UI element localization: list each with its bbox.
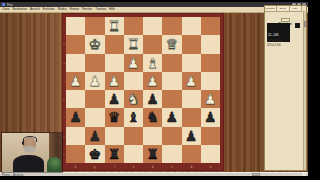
square-c3[interactable] [162,54,181,72]
square-d2[interactable] [143,35,162,53]
webcam-overlay [2,133,62,172]
square-e1[interactable] [124,17,143,35]
square-c5[interactable] [162,90,181,108]
tab-label: Buch [280,7,286,10]
file-labels: hgfedcba [66,163,220,171]
square-f4[interactable]: ♟ [105,72,124,90]
square-e8[interactable] [124,145,143,163]
video-frame: Fritz –□× DateiBearbeitenAnsichtEinfügen… [0,0,320,180]
file-label-e: e [129,165,139,169]
chess-board: 12345678 hgfedcba ♜♚♜♛♟♝♟♟♟♟♟♟♞♟♟♟♛♝♞♟♟♟… [62,13,224,171]
square-a1[interactable] [201,17,220,35]
notation-pane-button[interactable] [281,18,290,22]
resize-grip-icon[interactable] [302,173,306,176]
app-icon [2,3,5,6]
square-a2[interactable] [201,35,220,53]
piece-bP[interactable]: ♟ [185,129,198,143]
square-f5[interactable]: ♟ [105,90,124,108]
piece-bK[interactable]: ♚ [89,147,102,161]
rank-label-3: 3 [63,58,65,67]
square-d6[interactable]: ♞ [143,108,162,126]
piece-bP[interactable]: ♟ [69,110,82,124]
piece-wN[interactable]: ♞ [127,92,140,106]
square-g5[interactable] [85,90,104,108]
piece-wQ[interactable]: ♛ [166,37,179,51]
square-h4[interactable]: ♟ [66,72,85,90]
rank-label-7: 7 [63,131,65,140]
square-a7[interactable] [201,127,220,145]
rank-label-1: 1 [63,22,65,31]
square-d4[interactable]: ♟ [143,72,162,90]
square-b2[interactable] [182,35,201,53]
menu-item-fenster[interactable]: Fenster [82,7,92,10]
square-b1[interactable] [182,17,201,35]
tab-notation[interactable]: Notation [265,6,277,11]
notation-pane-tabs: NotationBuchInfo [265,6,302,12]
piece-wP[interactable]: ♟ [185,74,198,88]
piece-bN[interactable]: ♞ [146,110,159,124]
status-button[interactable] [252,173,260,176]
presenter-beard [24,146,35,153]
piece-bB[interactable]: ♝ [127,110,140,124]
piece-wP[interactable]: ♟ [204,92,217,106]
piece-bP[interactable]: ♟ [146,92,159,106]
rank-label-2: 2 [63,40,65,49]
menu-item-engine[interactable]: Engine [70,7,79,10]
piece-bR[interactable]: ♜ [108,147,121,161]
square-e4[interactable] [124,72,143,90]
square-g3[interactable] [85,54,104,72]
square-a5[interactable]: ♟ [201,90,220,108]
square-c1[interactable] [162,17,181,35]
square-c7[interactable] [162,127,181,145]
rank-label-4: 4 [63,76,65,85]
square-f6[interactable]: ♛ [105,108,124,126]
tab-buch[interactable]: Buch [277,6,289,11]
square-a3[interactable] [201,54,220,72]
square-a6[interactable]: ♟ [201,108,220,126]
square-g1[interactable] [85,17,104,35]
tab-label: Notation [266,7,275,10]
square-d1[interactable] [143,17,162,35]
scrollbar-thumb[interactable] [304,21,307,27]
file-label-h: h [71,165,81,169]
square-h1[interactable] [66,17,85,35]
piece-bP[interactable]: ♟ [108,92,121,106]
plant [47,157,61,172]
square-e7[interactable] [124,127,143,145]
menu-item-ansicht[interactable]: Ansicht [30,7,40,10]
piece-wB[interactable]: ♝ [146,56,159,70]
square-e3[interactable]: ♟ [124,54,143,72]
square-h5[interactable] [66,90,85,108]
file-label-b: b [186,165,196,169]
square-a8[interactable] [201,145,220,163]
square-f7[interactable] [105,127,124,145]
square-d8[interactable]: ♜ [143,145,162,163]
piece-wP[interactable]: ♟ [127,56,140,70]
square-b5[interactable] [182,90,201,108]
headset-icon [23,136,37,142]
square-h7[interactable] [66,127,85,145]
board-grid: ♜♚♜♛♟♝♟♟♟♟♟♟♞♟♟♟♛♝♞♟♟♟♟♚♜♜ [66,17,220,163]
piece-wP[interactable]: ♟ [108,74,121,88]
piece-wP[interactable]: ♟ [69,74,82,88]
square-c4[interactable] [162,72,181,90]
square-g4[interactable]: ♟ [85,72,104,90]
square-f8[interactable]: ♜ [105,145,124,163]
square-c2[interactable]: ♛ [162,35,181,53]
window-title: Fritz [7,3,13,6]
presenter-shirt [13,155,44,172]
menu-item-modus[interactable]: Modus [58,7,67,10]
square-e6[interactable]: ♝ [124,108,143,126]
menu-item-bearbeiten[interactable]: Bearbeiten [13,7,28,10]
file-label-c: c [167,165,177,169]
square-c8[interactable] [162,145,181,163]
piece-bP[interactable]: ♟ [204,110,217,124]
square-e5[interactable]: ♞ [124,90,143,108]
piece-wP[interactable]: ♟ [89,74,102,88]
tab-info[interactable]: Info [290,6,302,11]
square-b4[interactable]: ♟ [182,72,201,90]
file-label-a: a [206,165,216,169]
square-d3[interactable]: ♝ [143,54,162,72]
square-f1[interactable]: ♜ [105,17,124,35]
piece-wR[interactable]: ♜ [127,37,140,51]
square-h3[interactable] [66,54,85,72]
square-d5[interactable]: ♟ [143,90,162,108]
file-label-f: f [109,165,119,169]
menu-item-hilfe[interactable]: Hilfe [109,7,115,10]
square-f2[interactable] [105,35,124,53]
square-b3[interactable] [182,54,201,72]
square-g7[interactable]: ♟ [85,127,104,145]
square-g2[interactable]: ♚ [85,35,104,53]
piece-bR[interactable]: ♜ [146,147,159,161]
pane-scrollbar[interactable] [303,11,307,171]
square-b7[interactable]: ♟ [182,127,201,145]
board-thumbnail-icon [295,23,300,28]
square-e2[interactable]: ♜ [124,35,143,53]
square-g6[interactable] [85,108,104,126]
rank-label-5: 5 [63,95,65,104]
menu-item-einfügen[interactable]: Einfügen [43,7,55,10]
status-bar: Partie – Analyse [0,172,308,176]
menu-row: DateiBearbeitenAnsichtEinfügenModusEngin… [0,7,308,10]
rank-label-8: 8 [63,149,65,158]
square-b8[interactable] [182,145,201,163]
square-h8[interactable] [66,145,85,163]
piece-wP[interactable]: ♟ [146,74,159,88]
notation-pane: NotationBuchInfo Notation 21...Df6 22.Te… [264,5,307,171]
headset-earcup [22,141,25,145]
file-label-d: d [148,165,158,169]
file-label-g: g [90,165,100,169]
menu-item-training[interactable]: Training [95,7,106,10]
square-f3[interactable] [105,54,124,72]
status-text: Partie – Analyse [2,173,24,176]
rank-label-6: 6 [63,113,65,122]
piece-wR[interactable]: ♜ [108,19,121,33]
menu-item-datei[interactable]: Datei [3,7,10,10]
square-g8[interactable]: ♚ [85,145,104,163]
square-h6[interactable]: ♟ [66,108,85,126]
square-b6[interactable] [182,108,201,126]
piece-bP[interactable]: ♟ [89,129,102,143]
piece-bP[interactable]: ♟ [166,110,179,124]
tab-label: Info [293,7,297,10]
piece-bQ[interactable]: ♛ [108,110,121,124]
piece-wK[interactable]: ♚ [89,37,102,51]
square-d7[interactable] [143,127,162,145]
square-a4[interactable] [201,72,220,90]
move-line[interactable]: 23.Dc2 h6 [267,33,294,51]
square-h2[interactable] [66,35,85,53]
square-c6[interactable]: ♟ [162,108,181,126]
